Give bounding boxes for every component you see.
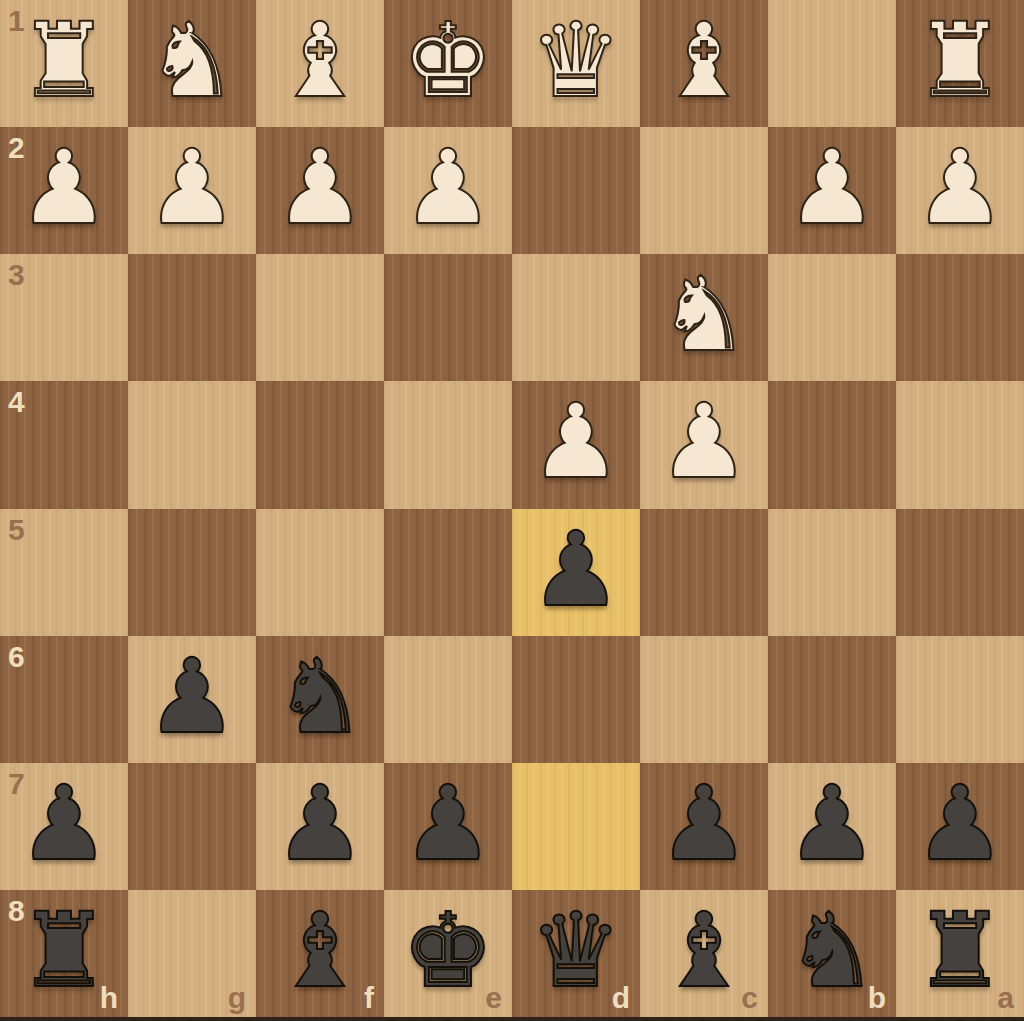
square-h6[interactable]: 6 [0, 636, 128, 763]
square-h8[interactable]: 8h♜ [0, 890, 128, 1017]
square-g6[interactable]: ♟ [128, 636, 256, 763]
square-g3[interactable] [128, 254, 256, 381]
black-bishop[interactable]: ♝ [658, 899, 750, 1002]
square-f1[interactable]: ♝ [256, 0, 384, 127]
square-a1[interactable]: ♜ [896, 0, 1024, 127]
square-e1[interactable]: ♚ [384, 0, 512, 127]
black-knight[interactable]: ♞ [786, 899, 878, 1002]
square-b1[interactable] [768, 0, 896, 127]
square-h7[interactable]: 7♟ [0, 763, 128, 890]
rank-label-6: 6 [8, 640, 25, 674]
rank-label-4: 4 [8, 385, 25, 419]
square-f8[interactable]: f♝ [256, 890, 384, 1017]
square-g7[interactable] [128, 763, 256, 890]
square-f6[interactable]: ♞ [256, 636, 384, 763]
square-a4[interactable] [896, 381, 1024, 508]
square-e6[interactable] [384, 636, 512, 763]
square-b3[interactable] [768, 254, 896, 381]
square-c4[interactable]: ♟ [640, 381, 768, 508]
square-h4[interactable]: 4 [0, 381, 128, 508]
white-pawn[interactable]: ♟ [530, 390, 622, 493]
square-b6[interactable] [768, 636, 896, 763]
black-pawn[interactable]: ♟ [18, 772, 110, 875]
square-a5[interactable] [896, 509, 1024, 636]
square-d8[interactable]: d♛ [512, 890, 640, 1017]
white-bishop[interactable]: ♝ [658, 9, 750, 112]
square-e8[interactable]: e♚ [384, 890, 512, 1017]
file-label-g: g [228, 981, 246, 1015]
square-b5[interactable] [768, 509, 896, 636]
white-pawn[interactable]: ♟ [18, 136, 110, 239]
square-b4[interactable] [768, 381, 896, 508]
square-g2[interactable]: ♟ [128, 127, 256, 254]
white-knight[interactable]: ♞ [658, 263, 750, 366]
white-pawn[interactable]: ♟ [786, 136, 878, 239]
black-bishop[interactable]: ♝ [274, 899, 366, 1002]
white-rook[interactable]: ♜ [914, 9, 1006, 112]
square-c2[interactable] [640, 127, 768, 254]
white-bishop[interactable]: ♝ [274, 9, 366, 112]
square-g8[interactable]: g [128, 890, 256, 1017]
square-c6[interactable] [640, 636, 768, 763]
rank-label-5: 5 [8, 513, 25, 547]
square-f3[interactable] [256, 254, 384, 381]
square-f4[interactable] [256, 381, 384, 508]
square-c7[interactable]: ♟ [640, 763, 768, 890]
square-b7[interactable]: ♟ [768, 763, 896, 890]
black-pawn[interactable]: ♟ [786, 772, 878, 875]
chess-board: 1♜♞♝♚♛♝♜2♟♟♟♟♟♟3♞4♟♟5♟6♟♞7♟♟♟♟♟♟8h♜gf♝e♚… [0, 0, 1024, 1021]
square-b8[interactable]: b♞ [768, 890, 896, 1017]
square-f5[interactable] [256, 509, 384, 636]
square-e7[interactable]: ♟ [384, 763, 512, 890]
black-pawn[interactable]: ♟ [274, 772, 366, 875]
square-d5[interactable]: ♟ [512, 509, 640, 636]
square-c8[interactable]: c♝ [640, 890, 768, 1017]
black-pawn[interactable]: ♟ [530, 518, 622, 621]
rank-label-3: 3 [8, 258, 25, 292]
square-g5[interactable] [128, 509, 256, 636]
square-e4[interactable] [384, 381, 512, 508]
black-queen[interactable]: ♛ [530, 899, 622, 1002]
black-rook[interactable]: ♜ [18, 899, 110, 1002]
square-d2[interactable] [512, 127, 640, 254]
black-pawn[interactable]: ♟ [914, 772, 1006, 875]
white-queen[interactable]: ♛ [530, 9, 622, 112]
square-a7[interactable]: ♟ [896, 763, 1024, 890]
white-pawn[interactable]: ♟ [402, 136, 494, 239]
black-pawn[interactable]: ♟ [146, 645, 238, 748]
black-pawn[interactable]: ♟ [658, 772, 750, 875]
white-pawn[interactable]: ♟ [914, 136, 1006, 239]
white-king[interactable]: ♚ [402, 9, 494, 112]
black-king[interactable]: ♚ [402, 899, 494, 1002]
white-pawn[interactable]: ♟ [146, 136, 238, 239]
square-d3[interactable] [512, 254, 640, 381]
black-knight[interactable]: ♞ [274, 645, 366, 748]
square-h2[interactable]: 2♟ [0, 127, 128, 254]
square-c3[interactable]: ♞ [640, 254, 768, 381]
square-d7[interactable] [512, 763, 640, 890]
square-e3[interactable] [384, 254, 512, 381]
square-a3[interactable] [896, 254, 1024, 381]
square-d6[interactable] [512, 636, 640, 763]
white-knight[interactable]: ♞ [146, 9, 238, 112]
square-d4[interactable]: ♟ [512, 381, 640, 508]
square-g1[interactable]: ♞ [128, 0, 256, 127]
square-e5[interactable] [384, 509, 512, 636]
square-a2[interactable]: ♟ [896, 127, 1024, 254]
square-f2[interactable]: ♟ [256, 127, 384, 254]
square-g4[interactable] [128, 381, 256, 508]
square-d1[interactable]: ♛ [512, 0, 640, 127]
square-c1[interactable]: ♝ [640, 0, 768, 127]
square-h3[interactable]: 3 [0, 254, 128, 381]
black-rook[interactable]: ♜ [914, 899, 1006, 1002]
white-pawn[interactable]: ♟ [658, 390, 750, 493]
square-h5[interactable]: 5 [0, 509, 128, 636]
square-h1[interactable]: 1♜ [0, 0, 128, 127]
square-b2[interactable]: ♟ [768, 127, 896, 254]
square-e2[interactable]: ♟ [384, 127, 512, 254]
square-a8[interactable]: a♜ [896, 890, 1024, 1017]
white-rook[interactable]: ♜ [18, 9, 110, 112]
black-pawn[interactable]: ♟ [402, 772, 494, 875]
white-pawn[interactable]: ♟ [274, 136, 366, 239]
square-f7[interactable]: ♟ [256, 763, 384, 890]
square-c5[interactable] [640, 509, 768, 636]
square-a6[interactable] [896, 636, 1024, 763]
